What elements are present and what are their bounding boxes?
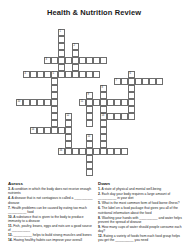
grid-cell (44, 71, 51, 78)
grid-cell (86, 169, 93, 176)
clue-item: 7. Health problems can be caused by eati… (8, 206, 93, 215)
grid-cell (79, 57, 86, 64)
grid-cell (93, 99, 100, 106)
clue-item-number: 14. (8, 238, 13, 242)
clue-number: 5 (52, 72, 53, 75)
grid-cell: 8 (100, 85, 107, 92)
grid-cell (100, 141, 107, 148)
grid-cell: 1 (58, 29, 65, 36)
clue-item: 5. What is the most common form of food … (98, 201, 183, 205)
grid-cell (23, 99, 30, 106)
clue-item-number: 1. (98, 187, 101, 191)
clue-item: 11. Fish, poultry, beans, eggs and nuts … (8, 224, 93, 233)
clue-item-number: 2. (98, 192, 101, 196)
grid-cell: 10 (16, 99, 23, 106)
grid-cell (86, 113, 93, 120)
clue-number: 2 (73, 44, 74, 47)
clue-number: 8 (101, 86, 102, 89)
clue-number: 9 (87, 93, 88, 96)
clue-item-number: 11. (8, 224, 12, 228)
grid-cell (149, 78, 156, 85)
grid-cell (93, 71, 100, 78)
grid-cell (72, 50, 79, 57)
grid-cell: 15 (86, 134, 93, 141)
grid-cell (58, 71, 65, 78)
grid-cell (93, 148, 100, 155)
grid-cell: 9 (86, 92, 93, 99)
clue-item: 4. A disease that is not contagious is c… (8, 196, 93, 205)
clue-item-number: 12. (98, 234, 103, 238)
across-clues-column: Across 3. A condition in which the body … (8, 181, 93, 243)
grid-cell: 3 (44, 57, 51, 64)
grid-cell (86, 148, 93, 155)
grid-cell: 7 (114, 78, 121, 85)
grid-cell (37, 99, 44, 106)
clue-item: 10. A substance that is given to the bod… (8, 215, 93, 224)
grid-cell (51, 120, 58, 127)
grid-cell (128, 106, 135, 113)
clue-number: 16 (59, 149, 62, 152)
grid-cell: 14 (30, 127, 37, 134)
grid-cell (121, 78, 128, 85)
grid-cell (107, 113, 114, 120)
grid-cell (128, 78, 135, 85)
grid-cell (58, 64, 65, 71)
clue-item-number: 9. (98, 225, 101, 229)
grid-cell (79, 148, 86, 155)
clue-item: 6. The label on a food package that give… (98, 206, 183, 215)
grid-cell: 11 (79, 99, 86, 106)
grid-cell (107, 99, 114, 106)
clue-item-number: 4. (8, 196, 11, 200)
grid-cell (65, 120, 72, 127)
clue-item: 3. A condition in which the body does no… (8, 187, 93, 196)
grid-cell (114, 99, 121, 106)
down-clues-column: Down 1. A state of physical and mental w… (98, 181, 183, 243)
clue-item-number: 7. (8, 206, 11, 210)
grid-cell: 13 (100, 113, 107, 120)
grid-cell (121, 99, 128, 106)
grid-cell (51, 85, 58, 92)
grid-cell (65, 57, 72, 64)
across-header: Across (8, 181, 93, 186)
grid-cell (51, 99, 58, 106)
grid-cell (100, 57, 107, 64)
grid-cell (65, 141, 72, 148)
grid-cell (51, 106, 58, 113)
clue-item-number: 6. (98, 206, 101, 210)
grid-cell (72, 57, 79, 64)
grid-cell (51, 78, 58, 85)
grid-cell (51, 57, 58, 64)
clue-number: 3 (45, 58, 46, 61)
grid-cell (44, 99, 51, 106)
clue-number: 12 (66, 114, 69, 117)
grid-cell (100, 99, 107, 106)
clue-section: Across 3. A condition in which the body … (8, 181, 184, 243)
grid-cell (51, 113, 58, 120)
clue-item: 13. __________ helps to build strong mus… (8, 233, 93, 237)
clue-item: 12. Eating a variety of foods from each … (98, 234, 183, 243)
grid-cell (51, 92, 58, 99)
grid-cell (51, 127, 58, 134)
grid-cell (58, 57, 65, 64)
grid-cell (121, 113, 128, 120)
grid-cell (65, 71, 72, 78)
down-clue-list: 1. A state of physical and mental well-b… (98, 187, 183, 243)
grid-cell (142, 78, 149, 85)
grid-cell (44, 127, 51, 134)
grid-cell (107, 148, 114, 155)
grid-cell (100, 127, 107, 134)
clue-item: 8. Washing your hands with __________ an… (98, 216, 183, 225)
grid-cell (58, 36, 65, 43)
grid-cell (30, 71, 37, 78)
clue-number: 6 (129, 72, 130, 75)
grid-cell (86, 71, 93, 78)
grid-cell (100, 134, 107, 141)
grid-cell (58, 127, 65, 134)
grid-cell (86, 99, 93, 106)
clue-number: 1 (59, 30, 60, 33)
grid-cell (37, 71, 44, 78)
grid-cell (86, 155, 93, 162)
grid-cell (100, 92, 107, 99)
clue-item-number: 3. (8, 187, 11, 191)
grid-cell (86, 141, 93, 148)
clue-number: 4 (24, 72, 25, 75)
grid-cell: 16 (58, 148, 65, 155)
grid-cell (86, 120, 93, 127)
grid-cell: 6 (128, 71, 135, 78)
grid-cell (114, 148, 121, 155)
grid-cell (93, 57, 100, 64)
grid-cell: 4 (23, 71, 30, 78)
clue-item: 1. A state of physical and mental well-b… (98, 187, 183, 191)
clue-item: 9. How many cups of water should people … (98, 225, 183, 234)
grid-cell: 5 (51, 71, 58, 78)
down-header: Down (98, 181, 183, 186)
grid-cell (135, 78, 142, 85)
grid-cell: 2 (72, 43, 79, 50)
grid-cell (86, 57, 93, 64)
grid-cell (58, 43, 65, 50)
grid-cell (86, 106, 93, 113)
grid-cell (128, 113, 135, 120)
grid-cell (72, 71, 79, 78)
grid-cell (121, 148, 128, 155)
grid-cell (65, 134, 72, 141)
across-clue-list: 3. A condition in which the body does no… (8, 187, 93, 243)
clue-item-number: 13. (8, 233, 13, 237)
clue-number: 10 (17, 100, 20, 103)
grid-cell (128, 92, 135, 99)
grid-cell (79, 71, 86, 78)
grid-cell (30, 99, 37, 106)
clue-number: 11 (80, 100, 83, 103)
clue-item: 14. Having healthy habits can improve yo… (8, 238, 93, 243)
grid-cell (100, 120, 107, 127)
grid-cell: 12 (65, 113, 72, 120)
grid-cell (128, 99, 135, 106)
grid-cell (72, 64, 79, 71)
crossword-grid: 12345678910111213141516 (0, 0, 188, 180)
clue-number: 15 (87, 135, 90, 138)
grid-cell (65, 148, 72, 155)
grid-cell (100, 148, 107, 155)
grid-cell (114, 113, 121, 120)
clue-number: 7 (115, 79, 116, 82)
clue-item: 2. Each day your body requires a large a… (98, 192, 183, 201)
grid-cell (100, 106, 107, 113)
grid-cell (58, 50, 65, 57)
grid-cell (65, 127, 72, 134)
grid-cell (72, 148, 79, 155)
grid-cell (86, 162, 93, 169)
grid-cell (156, 78, 163, 85)
grid-cell (37, 127, 44, 134)
clue-item-number: 10. (8, 215, 13, 219)
clue-number: 14 (31, 128, 34, 131)
clue-number: 13 (101, 114, 104, 117)
clue-item-number: 8. (98, 216, 101, 220)
grid-cell (128, 85, 135, 92)
clue-item-number: 5. (98, 201, 101, 205)
